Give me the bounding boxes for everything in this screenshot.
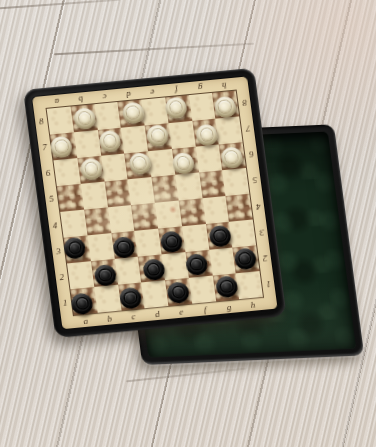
white-man-e7[interactable]: ⛀ bbox=[146, 124, 170, 147]
square-a2[interactable] bbox=[67, 261, 94, 289]
file-label-e: e bbox=[150, 87, 155, 96]
white-man-f8[interactable]: ⛀ bbox=[164, 96, 188, 119]
square-f1[interactable] bbox=[189, 276, 216, 304]
file-label-h: h bbox=[221, 80, 227, 89]
square-c2[interactable] bbox=[114, 257, 141, 285]
black-man-d2[interactable]: ⛂ bbox=[142, 258, 166, 281]
file-label-b: b bbox=[107, 314, 113, 323]
square-c5[interactable] bbox=[104, 179, 131, 207]
square-d6[interactable]: ⛀ bbox=[124, 151, 151, 179]
square-f5[interactable] bbox=[175, 173, 202, 201]
square-h5[interactable] bbox=[222, 168, 249, 196]
plank-joint bbox=[126, 368, 246, 383]
file-label-b: b bbox=[78, 94, 84, 103]
plank-joint bbox=[54, 43, 254, 55]
black-man-f2[interactable]: ⛂ bbox=[185, 253, 209, 276]
file-label-g: g bbox=[226, 303, 232, 312]
square-c3[interactable]: ⛂ bbox=[111, 231, 138, 259]
black-man-g1[interactable]: ⛂ bbox=[215, 275, 239, 298]
square-c8[interactable] bbox=[94, 102, 121, 130]
square-a1[interactable]: ⛂ bbox=[70, 287, 97, 315]
square-g6[interactable] bbox=[195, 144, 222, 172]
square-f4[interactable] bbox=[178, 198, 205, 226]
file-label-d: d bbox=[155, 309, 161, 318]
black-man-b2[interactable]: ⛂ bbox=[94, 264, 118, 287]
file-label-a: a bbox=[54, 96, 60, 105]
square-d4[interactable] bbox=[131, 203, 158, 231]
white-man-g7[interactable]: ⛀ bbox=[195, 123, 219, 146]
black-man-c1[interactable]: ⛂ bbox=[119, 286, 143, 309]
checkers-case: abcdefgh 87654321 87654321 abcdefgh ⛀⛀⛀⛀… bbox=[23, 68, 287, 338]
square-g4[interactable] bbox=[202, 196, 229, 224]
rank-label-1: 1 bbox=[62, 299, 68, 308]
board-paper: abcdefgh 87654321 87654321 abcdefgh ⛀⛀⛀⛀… bbox=[32, 76, 278, 329]
square-b2[interactable]: ⛂ bbox=[91, 259, 118, 287]
square-g7[interactable]: ⛀ bbox=[192, 119, 219, 147]
square-c6[interactable] bbox=[101, 154, 128, 182]
rank-label-8: 8 bbox=[38, 117, 44, 126]
rank-label-5: 5 bbox=[49, 195, 55, 204]
rank-label-5: 5 bbox=[252, 175, 258, 184]
white-man-d6[interactable]: ⛀ bbox=[128, 152, 152, 175]
square-f2[interactable]: ⛂ bbox=[185, 250, 212, 278]
rank-label-7: 7 bbox=[42, 143, 48, 152]
black-man-a1[interactable]: ⛂ bbox=[70, 292, 94, 315]
square-d2[interactable]: ⛂ bbox=[138, 254, 165, 282]
square-b7[interactable] bbox=[74, 130, 101, 158]
file-label-c: c bbox=[102, 92, 107, 101]
white-man-h6[interactable]: ⛀ bbox=[220, 146, 244, 169]
plank-joint bbox=[0, 0, 120, 11]
checkers-board: ⛀⛀⛀⛀⛀⛀⛀⛀⛀⛀⛀⛀⛂⛂⛂⛂⛂⛂⛂⛂⛂⛂⛂⛂ bbox=[46, 90, 265, 317]
rank-label-3: 3 bbox=[259, 227, 265, 236]
square-c7[interactable]: ⛀ bbox=[97, 128, 124, 156]
square-c4[interactable] bbox=[108, 205, 135, 233]
square-d8[interactable]: ⛀ bbox=[118, 100, 145, 128]
file-label-c: c bbox=[131, 312, 136, 321]
rank-label-6: 6 bbox=[45, 169, 51, 178]
white-man-f6[interactable]: ⛀ bbox=[172, 152, 196, 175]
square-d3[interactable] bbox=[135, 229, 162, 257]
white-man-b6[interactable]: ⛀ bbox=[80, 157, 104, 180]
square-e7[interactable]: ⛀ bbox=[145, 123, 172, 151]
white-man-d8[interactable]: ⛀ bbox=[121, 101, 145, 124]
white-man-h8[interactable]: ⛀ bbox=[213, 95, 237, 118]
square-d5[interactable] bbox=[128, 177, 155, 205]
square-h2[interactable]: ⛂ bbox=[233, 245, 260, 273]
square-g1[interactable]: ⛂ bbox=[212, 273, 239, 301]
square-g2[interactable] bbox=[209, 248, 236, 276]
black-man-c3[interactable]: ⛂ bbox=[112, 236, 136, 259]
rank-label-1: 1 bbox=[265, 280, 271, 289]
square-e4[interactable] bbox=[155, 201, 182, 229]
black-man-a3[interactable]: ⛂ bbox=[63, 236, 87, 259]
black-man-h2[interactable]: ⛂ bbox=[233, 247, 257, 270]
square-h3[interactable] bbox=[229, 220, 256, 248]
square-h6[interactable]: ⛀ bbox=[219, 142, 246, 170]
black-man-e1[interactable]: ⛂ bbox=[167, 281, 191, 304]
square-b5[interactable] bbox=[80, 182, 107, 210]
square-f7[interactable] bbox=[168, 121, 195, 149]
square-h4[interactable] bbox=[226, 194, 253, 222]
file-label-f: f bbox=[203, 305, 207, 314]
square-b4[interactable] bbox=[84, 207, 111, 235]
square-a6[interactable] bbox=[53, 158, 80, 186]
square-b3[interactable] bbox=[87, 233, 114, 261]
square-g3[interactable]: ⛂ bbox=[205, 222, 232, 250]
black-man-g3[interactable]: ⛂ bbox=[208, 224, 232, 247]
square-b6[interactable]: ⛀ bbox=[77, 156, 104, 184]
square-e1[interactable]: ⛂ bbox=[165, 278, 192, 306]
file-label-d: d bbox=[126, 89, 132, 98]
file-label-e: e bbox=[179, 307, 184, 316]
square-a8[interactable] bbox=[47, 107, 74, 135]
file-label-h: h bbox=[250, 300, 256, 309]
rank-label-3: 3 bbox=[56, 247, 62, 256]
file-label-g: g bbox=[197, 82, 203, 91]
rank-label-6: 6 bbox=[248, 149, 254, 158]
square-a5[interactable] bbox=[57, 184, 84, 212]
square-e5[interactable] bbox=[151, 175, 178, 203]
rank-label-7: 7 bbox=[245, 123, 251, 132]
black-man-e3[interactable]: ⛂ bbox=[160, 230, 184, 253]
rank-label-4: 4 bbox=[52, 221, 58, 230]
square-e3[interactable]: ⛂ bbox=[158, 226, 185, 254]
square-d7[interactable] bbox=[121, 126, 148, 154]
square-f3[interactable] bbox=[182, 224, 209, 252]
square-h7[interactable] bbox=[216, 116, 243, 144]
square-a7[interactable]: ⛀ bbox=[50, 132, 77, 160]
white-man-c7[interactable]: ⛀ bbox=[98, 130, 122, 153]
rank-label-2: 2 bbox=[59, 273, 65, 282]
square-h1[interactable] bbox=[236, 271, 263, 299]
white-man-a7[interactable]: ⛀ bbox=[50, 135, 74, 158]
file-label-f: f bbox=[174, 85, 178, 94]
square-g5[interactable] bbox=[199, 170, 226, 198]
white-man-b8[interactable]: ⛀ bbox=[73, 107, 97, 130]
square-a4[interactable] bbox=[60, 210, 87, 238]
rank-label-2: 2 bbox=[262, 254, 268, 263]
rank-label-8: 8 bbox=[241, 97, 247, 106]
square-a3[interactable]: ⛂ bbox=[64, 236, 91, 264]
square-c1[interactable]: ⛂ bbox=[118, 283, 145, 311]
square-d1[interactable] bbox=[141, 280, 168, 308]
square-h8[interactable]: ⛀ bbox=[212, 91, 239, 119]
square-f8[interactable]: ⛀ bbox=[165, 95, 192, 123]
file-label-a: a bbox=[83, 316, 89, 325]
square-f6[interactable]: ⛀ bbox=[172, 147, 199, 175]
square-b1[interactable] bbox=[94, 285, 121, 313]
rank-label-4: 4 bbox=[255, 201, 261, 210]
square-b8[interactable]: ⛀ bbox=[70, 104, 97, 132]
square-g8[interactable] bbox=[188, 93, 215, 121]
